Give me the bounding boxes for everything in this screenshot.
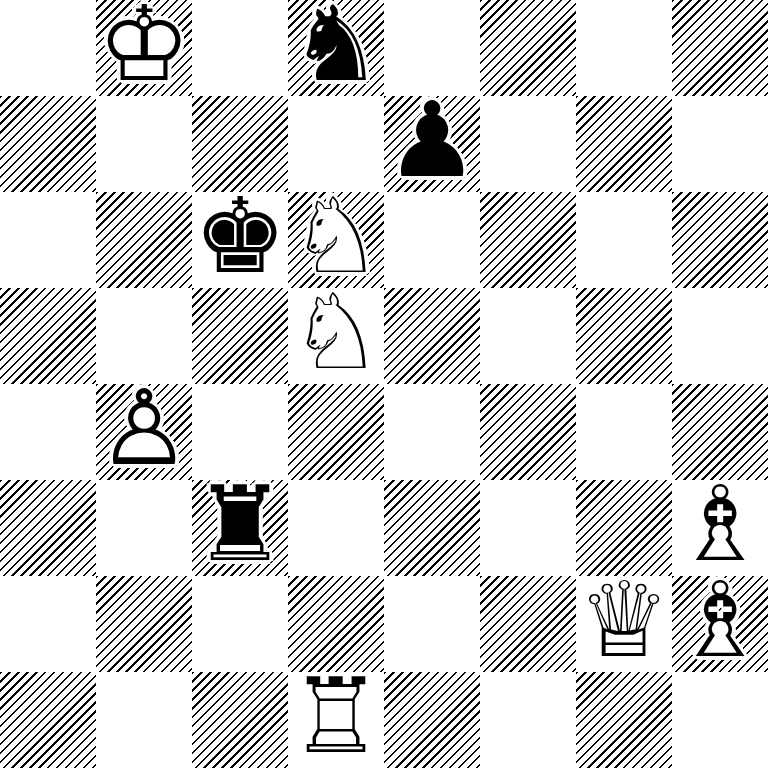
square-d1[interactable]: ♜♖: [288, 672, 384, 768]
square-c2[interactable]: [192, 576, 288, 672]
piece-halo: ♜: [193, 472, 286, 576]
piece-glyph: ♗: [673, 472, 766, 576]
square-e5[interactable]: [384, 288, 480, 384]
square-h3[interactable]: ♝♗: [672, 480, 768, 576]
square-h2[interactable]: ♝♗: [672, 576, 768, 672]
square-f5[interactable]: [480, 288, 576, 384]
black-pawn-icon: ♟♟: [384, 96, 480, 192]
square-h8[interactable]: [672, 0, 768, 96]
square-b4[interactable]: ♟♙: [96, 384, 192, 480]
square-b8[interactable]: ♚♔: [96, 0, 192, 96]
black-knight-icon: ♞♞: [288, 0, 384, 96]
square-c6[interactable]: ♚♚: [192, 192, 288, 288]
piece-halo: ♝: [673, 568, 766, 672]
piece-halo: ♟: [385, 88, 478, 192]
square-e7[interactable]: ♟♟: [384, 96, 480, 192]
piece-glyph: ♞: [289, 0, 382, 96]
square-g2[interactable]: ♛♕: [576, 576, 672, 672]
square-e2[interactable]: [384, 576, 480, 672]
square-f6[interactable]: [480, 192, 576, 288]
square-f1[interactable]: [480, 672, 576, 768]
square-a7[interactable]: [0, 96, 96, 192]
square-e4[interactable]: [384, 384, 480, 480]
square-a3[interactable]: [0, 480, 96, 576]
piece-halo: ♟: [97, 376, 190, 480]
square-h1[interactable]: [672, 672, 768, 768]
black-king-icon: ♚♚: [192, 192, 288, 288]
square-a5[interactable]: [0, 288, 96, 384]
square-d2[interactable]: [288, 576, 384, 672]
square-d5[interactable]: ♞♘: [288, 288, 384, 384]
piece-glyph: ♙: [97, 376, 190, 480]
square-g1[interactable]: [576, 672, 672, 768]
square-e8[interactable]: [384, 0, 480, 96]
piece-glyph: ♘: [289, 184, 382, 288]
piece-halo: ♝: [673, 472, 766, 576]
square-h4[interactable]: [672, 384, 768, 480]
piece-halo: ♞: [289, 184, 382, 288]
piece-glyph: ♔: [97, 0, 190, 96]
white-knight-icon: ♞♘: [288, 192, 384, 288]
square-f4[interactable]: [480, 384, 576, 480]
black-rook-icon: ♜♜: [192, 480, 288, 576]
square-f2[interactable]: [480, 576, 576, 672]
square-d7[interactable]: [288, 96, 384, 192]
square-c4[interactable]: [192, 384, 288, 480]
square-d6[interactable]: ♞♘: [288, 192, 384, 288]
square-h5[interactable]: [672, 288, 768, 384]
white-rook-icon: ♜♖: [288, 672, 384, 768]
piece-glyph: ♕: [577, 568, 670, 672]
square-a4[interactable]: [0, 384, 96, 480]
square-b5[interactable]: [96, 288, 192, 384]
piece-halo: ♞: [289, 280, 382, 384]
white-king-icon: ♚♔: [96, 0, 192, 96]
square-g4[interactable]: [576, 384, 672, 480]
square-h6[interactable]: [672, 192, 768, 288]
square-e1[interactable]: [384, 672, 480, 768]
piece-glyph: ♗: [673, 568, 766, 672]
white-bishop-icon: ♝♗: [672, 480, 768, 576]
square-a8[interactable]: [0, 0, 96, 96]
piece-halo: ♜: [289, 664, 382, 768]
chess-diagram-page: ♚♔♞♞♟♟♚♚♞♘♞♘♟♙♜♜♝♗♛♕♝♗♜♖: [0, 0, 768, 768]
square-b2[interactable]: [96, 576, 192, 672]
piece-halo: ♞: [289, 0, 382, 96]
piece-glyph: ♟: [385, 88, 478, 192]
square-b7[interactable]: [96, 96, 192, 192]
white-knight-icon: ♞♘: [288, 288, 384, 384]
piece-glyph: ♜: [193, 472, 286, 576]
piece-halo: ♚: [193, 184, 286, 288]
square-a6[interactable]: [0, 192, 96, 288]
square-g5[interactable]: [576, 288, 672, 384]
white-bishop-icon: ♝♗: [672, 576, 768, 672]
piece-halo: ♛: [577, 568, 670, 672]
square-d3[interactable]: [288, 480, 384, 576]
square-c5[interactable]: [192, 288, 288, 384]
piece-halo: ♚: [97, 0, 190, 96]
square-a2[interactable]: [0, 576, 96, 672]
piece-glyph: ♖: [289, 664, 382, 768]
square-c8[interactable]: [192, 0, 288, 96]
piece-glyph: ♚: [193, 184, 286, 288]
square-g7[interactable]: [576, 96, 672, 192]
square-e6[interactable]: [384, 192, 480, 288]
square-d8[interactable]: ♞♞: [288, 0, 384, 96]
square-e3[interactable]: [384, 480, 480, 576]
square-c3[interactable]: ♜♜: [192, 480, 288, 576]
square-c1[interactable]: [192, 672, 288, 768]
square-d4[interactable]: [288, 384, 384, 480]
square-h7[interactable]: [672, 96, 768, 192]
square-a1[interactable]: [0, 672, 96, 768]
square-g8[interactable]: [576, 0, 672, 96]
white-pawn-icon: ♟♙: [96, 384, 192, 480]
square-c7[interactable]: [192, 96, 288, 192]
square-b1[interactable]: [96, 672, 192, 768]
square-b3[interactable]: [96, 480, 192, 576]
square-f7[interactable]: [480, 96, 576, 192]
square-g6[interactable]: [576, 192, 672, 288]
square-g3[interactable]: [576, 480, 672, 576]
piece-glyph: ♘: [289, 280, 382, 384]
white-queen-icon: ♛♕: [576, 576, 672, 672]
chess-board: ♚♔♞♞♟♟♚♚♞♘♞♘♟♙♜♜♝♗♛♕♝♗♜♖: [0, 0, 768, 768]
square-f8[interactable]: [480, 0, 576, 96]
square-f3[interactable]: [480, 480, 576, 576]
square-b6[interactable]: [96, 192, 192, 288]
